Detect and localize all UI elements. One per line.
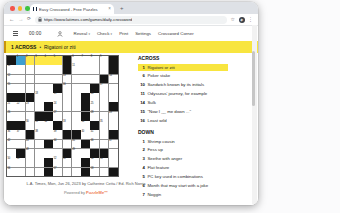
clue-number: 4 [138, 165, 145, 171]
grid-cell[interactable] [72, 112, 81, 121]
cell-number: 32 [44, 121, 47, 124]
clue-text: Odysseus' journey, for example [148, 91, 227, 97]
grid-cell[interactable]: 20 [90, 93, 99, 102]
cell-number: 28 [91, 112, 94, 115]
grid-cell[interactable] [35, 168, 44, 177]
across-header: ACROSS [138, 55, 228, 61]
back-icon[interactable]: ← [9, 17, 15, 23]
down-clue-list: 1Shrimp cousin2Fess up3Seethe with anger… [138, 138, 228, 198]
grid-cell[interactable] [109, 84, 118, 93]
clue-text: Flat feature [148, 165, 227, 171]
grid-black-cell [53, 121, 62, 130]
minimize-window-button[interactable] [18, 6, 23, 11]
grid-cell[interactable] [90, 75, 99, 84]
grid-black-cell [16, 121, 25, 130]
grid-black-cell [44, 102, 53, 111]
grid-cell[interactable]: 32 [44, 121, 53, 130]
grid-cell[interactable]: 28 [90, 112, 99, 121]
cell-number: 13 [63, 75, 66, 78]
grid-cell[interactable] [16, 140, 25, 149]
grid-cell[interactable] [35, 75, 44, 84]
tab-strip: Easy Crossword - Free Puzzles × + [4, 2, 258, 14]
grid-cell[interactable]: 11 [72, 65, 81, 74]
grid-cell[interactable] [35, 140, 44, 149]
grid-cell[interactable]: 52 [53, 158, 62, 167]
grid-cell[interactable] [109, 93, 118, 102]
cell-number: 36 [7, 131, 10, 134]
window-controls [10, 6, 30, 11]
chevron-down-icon: ▾ [88, 32, 90, 36]
cell-number: 23 [26, 103, 29, 106]
grid-cell[interactable] [35, 102, 44, 111]
grid-black-cell [81, 168, 90, 177]
grid-black-cell [44, 140, 53, 149]
address-bar-row: ← → ⟳ https://www.latimes.com/games/dail… [4, 14, 258, 26]
down-header: DOWN [138, 129, 228, 135]
cell-number: 6 [72, 56, 73, 59]
settings-button[interactable]: Settings [135, 31, 151, 36]
grid-cell[interactable]: 21 [7, 102, 16, 111]
grid-cell[interactable]: 5 [53, 56, 62, 65]
grid-cell[interactable] [72, 93, 81, 102]
puzzle-area: 1234567891011121314151617181920212223242… [4, 53, 258, 205]
crossword-corner-link[interactable]: Crossword Corner [158, 31, 194, 36]
cell-number: 16 [63, 84, 66, 87]
grid-cell[interactable] [35, 149, 44, 158]
grid-cell[interactable] [81, 65, 90, 74]
cell-number: 57 [54, 168, 57, 171]
close-window-button[interactable] [10, 6, 15, 11]
grid-cell[interactable] [63, 102, 72, 111]
cell-number: 53 [63, 158, 66, 161]
clue-number: 15 [138, 109, 145, 115]
grid-cell[interactable]: 25 [90, 102, 99, 111]
grid-cell[interactable]: 29 [109, 112, 118, 121]
grid-cell[interactable] [100, 65, 109, 74]
grid-cell[interactable] [63, 93, 72, 102]
grid-cell[interactable] [16, 168, 25, 177]
grid-black-cell [109, 56, 118, 65]
grid-cell[interactable]: 24 [53, 102, 62, 111]
cell-number: 47 [109, 140, 112, 143]
cell-number: 25 [91, 103, 94, 106]
grid-cell[interactable]: 8 [90, 56, 99, 65]
bookmark-star-icon[interactable]: ☆ [231, 17, 235, 22]
clue-text: Least wild [148, 118, 227, 124]
zoom-window-button[interactable] [25, 6, 30, 11]
clue-text: "Now I __ me down ..." [148, 109, 227, 115]
clue-number: 10 [138, 82, 145, 88]
grid-black-cell [63, 56, 72, 65]
grid-cell[interactable]: 17 [100, 84, 109, 93]
clue-item[interactable]: 5PC key used in combinations [138, 173, 228, 180]
grid-cell[interactable]: 33 [63, 121, 72, 130]
clue-text: Seethe with anger [148, 156, 227, 162]
grid-cell[interactable] [26, 84, 35, 93]
grid-black-cell [63, 65, 72, 74]
chevron-down-icon: ▾ [111, 32, 113, 36]
site-favicon-icon [33, 7, 37, 11]
grid-cell[interactable]: 57 [53, 168, 62, 177]
grid-black-cell [26, 93, 35, 102]
url-text: https://www.latimes.com/games/daily-cros… [44, 17, 133, 22]
active-clue-text: Rigatoni or ziti [44, 44, 76, 50]
grid-cell[interactable] [26, 65, 35, 74]
clue-item[interactable]: 15"Now I __ me down ..." [138, 108, 228, 115]
browser-window: Easy Crossword - Free Puzzles × + ← → ⟳ … [4, 2, 258, 205]
close-tab-icon[interactable]: × [108, 7, 111, 12]
grid-cell[interactable]: 54 [90, 158, 99, 167]
grid-cell[interactable] [90, 65, 99, 74]
clue-number: 5 [138, 174, 145, 180]
grid-cell[interactable] [16, 112, 25, 121]
grid-cell[interactable]: 51 [16, 158, 25, 167]
clue-text: Sulk [148, 100, 227, 106]
grid-black-cell [7, 93, 16, 102]
grid-cell[interactable] [26, 168, 35, 177]
grid-cell[interactable] [63, 168, 72, 177]
grid-cell[interactable] [81, 75, 90, 84]
grid-cell[interactable]: 19 [53, 93, 62, 102]
grid-cell[interactable] [72, 158, 81, 167]
grid-cell[interactable]: 15 [7, 84, 16, 93]
cell-number: 42 [7, 140, 10, 143]
grid-cell[interactable] [72, 84, 81, 93]
grid-cell[interactable]: 53 [63, 158, 72, 167]
grid-black-cell [44, 158, 53, 167]
grid-cell[interactable]: 50 [7, 158, 16, 167]
crossword-grid[interactable]: 1234567891011121314151617181920212223242… [6, 55, 119, 177]
grid-cell[interactable] [100, 93, 109, 102]
forward-icon[interactable]: → [18, 17, 24, 23]
cell-number: 52 [54, 158, 57, 161]
clue-number: 1 [138, 139, 145, 145]
grid-black-cell [26, 130, 35, 139]
profile-avatar[interactable]: ◈ [239, 17, 245, 23]
cell-number: 33 [63, 121, 66, 124]
grid-cell[interactable]: 56 [7, 168, 16, 177]
grid-black-cell [90, 121, 99, 130]
clue-text: Sandwich known by its initials [148, 82, 227, 88]
cell-number: 19 [54, 93, 57, 96]
cell-number: 30 [26, 121, 29, 124]
cell-number: 27 [54, 112, 57, 115]
grid-cell[interactable]: 4 [44, 56, 53, 65]
address-bar[interactable]: https://www.latimes.com/games/daily-cros… [35, 16, 227, 24]
grid-cell[interactable] [72, 75, 81, 84]
cell-number: 44 [54, 140, 57, 143]
active-clue-number: 1 ACROSS [11, 44, 36, 50]
cell-number: 17 [100, 84, 103, 87]
reveal-button[interactable]: Reveal ▾ [74, 31, 90, 36]
clue-item[interactable]: 7Noggin [138, 191, 228, 198]
clue-number: 2 [138, 147, 145, 153]
clue-item[interactable]: 6Poker stake [138, 73, 228, 80]
grid-black-cell [109, 65, 118, 74]
grid-cell[interactable] [100, 140, 109, 149]
clue-number: 3 [138, 156, 145, 162]
cell-number: 12 [7, 75, 10, 78]
cell-number: 22 [17, 103, 20, 106]
grid-cell[interactable] [26, 75, 35, 84]
grid-cell[interactable] [53, 75, 62, 84]
grid-cell[interactable]: 38 [35, 130, 44, 139]
grid-cell[interactable] [100, 168, 109, 177]
grid-cell[interactable]: 40 [81, 130, 90, 139]
cell-number: 26 [7, 112, 10, 115]
grid-cell[interactable] [72, 168, 81, 177]
clue-item[interactable]: 2Fess up [138, 147, 228, 154]
person-icon[interactable] [57, 31, 63, 37]
clue-item[interactable]: 6Month that may start with a joke [138, 182, 228, 189]
grid-cell[interactable]: 14 [109, 75, 118, 84]
grid-cell[interactable] [35, 65, 44, 74]
grid-black-cell [72, 130, 81, 139]
grid-black-cell [16, 93, 25, 102]
grid-cell[interactable]: 44 [53, 140, 62, 149]
puzzleme-link[interactable]: PuzzleMe™ [86, 190, 108, 195]
grid-cell[interactable]: 22 [16, 102, 25, 111]
cell-number: 58 [91, 168, 94, 171]
cell-number: 41 [91, 131, 94, 134]
clue-number: 16 [138, 118, 145, 124]
grid-black-cell [81, 93, 90, 102]
cell-number: 18 [35, 93, 38, 96]
grid-cell[interactable]: 55 [100, 158, 109, 167]
cell-number: 54 [91, 158, 94, 161]
timer-display: 00:00 [29, 31, 42, 36]
grid-cell[interactable]: 46 [90, 140, 99, 149]
menu-icon[interactable] [13, 31, 18, 35]
scrollbar-thumb[interactable] [252, 51, 256, 106]
clue-text: Noggin [148, 192, 227, 198]
grid-black-cell [63, 130, 72, 139]
clue-number: 11 [138, 91, 145, 97]
grid-cell[interactable]: 3 [35, 56, 44, 65]
cell-number: 24 [54, 103, 57, 106]
cell-number: 8 [91, 56, 92, 59]
cell-number: 4 [44, 56, 45, 59]
cell-number: 5 [54, 56, 55, 59]
grid-cell[interactable]: 34 [81, 121, 90, 130]
grid-cell[interactable]: 58 [90, 168, 99, 177]
grid-cell[interactable] [109, 149, 118, 158]
clue-number: 1 [138, 65, 145, 71]
grid-cell[interactable]: 35 [100, 121, 109, 130]
grid-black-cell [109, 130, 118, 139]
clue-item[interactable]: 1Shrimp cousin [138, 138, 228, 145]
clue-item[interactable]: 11Odysseus' journey, for example [138, 91, 228, 98]
grid-cell[interactable]: 48 [26, 149, 35, 158]
clue-number: 7 [138, 192, 145, 198]
grid-cell[interactable]: 42 [7, 140, 16, 149]
grid-black-cell [81, 158, 90, 167]
grid-cell[interactable]: 30 [26, 121, 35, 130]
cell-number: 50 [7, 158, 10, 161]
cell-number: 20 [91, 93, 94, 96]
grid-cell[interactable] [44, 65, 53, 74]
cell-number: 51 [17, 158, 20, 161]
grid-cell[interactable]: 49 [72, 149, 81, 158]
active-clue-bar: 1 ACROSS • Rigatoni or ziti [4, 41, 258, 53]
grid-cell[interactable] [63, 140, 72, 149]
grid-cell[interactable] [81, 149, 90, 158]
cell-number: 31 [35, 121, 38, 124]
grid-cell[interactable] [44, 75, 53, 84]
reload-icon[interactable]: ⟳ [27, 17, 31, 22]
cell-number: 34 [81, 121, 84, 124]
cell-number: 56 [7, 168, 10, 171]
across-clue-list: 1Rigatoni or ziti6Poker stake10Sandwich … [138, 64, 228, 124]
cell-number: 45 [72, 140, 75, 143]
grid-black-cell [109, 102, 118, 111]
grid-cell[interactable] [81, 84, 90, 93]
clue-number: 14 [138, 100, 145, 106]
new-tab-button[interactable]: + [120, 5, 124, 11]
cell-number: 14 [109, 75, 112, 78]
grid-cell[interactable] [109, 121, 118, 130]
clue-item[interactable]: 16Least wild [138, 117, 228, 124]
grid-cell[interactable]: 37 [16, 130, 25, 139]
clue-item[interactable]: 1Rigatoni or ziti [138, 64, 228, 71]
grid-black-cell [81, 102, 90, 111]
grid-cell[interactable]: 7 [81, 56, 90, 65]
cell-number: 11 [72, 65, 75, 68]
grid-cell[interactable] [44, 93, 53, 102]
puzzle-toolbar: 00:00 Reveal ▾ Check ▾ Print Settings Cr… [4, 26, 258, 41]
grid-black-cell [81, 140, 90, 149]
grid-cell[interactable]: 18 [35, 93, 44, 102]
clue-item[interactable]: 4Flat feature [138, 165, 228, 172]
grid-cell[interactable] [16, 65, 25, 74]
cell-number: 39 [54, 131, 57, 134]
grid-cell[interactable]: 23 [26, 102, 35, 111]
clue-item[interactable]: 10Sandwich known by its initials [138, 82, 228, 89]
cell-number: 40 [81, 131, 84, 134]
grid-cell[interactable] [72, 102, 81, 111]
clue-separator: • [39, 45, 41, 50]
grid-cell[interactable]: 2 [26, 56, 35, 65]
browser-tab[interactable]: Easy Crossword - Free Puzzles × [30, 4, 114, 14]
grid-cell[interactable] [100, 130, 109, 139]
clue-text: Rigatoni or ziti [148, 65, 227, 71]
browser-menu-icon[interactable]: ⋮ [248, 17, 253, 22]
grid-cell[interactable] [109, 158, 118, 167]
grid-cell[interactable]: 26 [7, 112, 16, 121]
cell-number: 29 [109, 112, 112, 115]
cell-number: 15 [7, 84, 10, 87]
tab-title: Easy Crossword - Free Puzzles [39, 7, 106, 12]
grid-black-cell [44, 168, 53, 177]
clue-text: PC key used in combinations [148, 174, 227, 180]
cell-number: 35 [100, 121, 103, 124]
grid-cell[interactable]: 39 [53, 130, 62, 139]
grid-cell[interactable] [53, 65, 62, 74]
cell-number: 43 [26, 140, 29, 143]
grid-cell[interactable]: 31 [35, 121, 44, 130]
grid-cell[interactable] [16, 75, 25, 84]
print-button[interactable]: Print [119, 31, 128, 36]
grid-cell[interactable] [72, 121, 81, 130]
grid-cell[interactable]: 10 [7, 65, 16, 74]
clue-item[interactable]: 3Seethe with anger [138, 156, 228, 163]
clue-text: Poker stake [148, 73, 227, 79]
cell-number: 3 [35, 56, 36, 59]
grid-cell[interactable] [35, 158, 44, 167]
cell-number: 38 [35, 131, 38, 134]
clue-text: Shrimp cousin [148, 139, 227, 145]
page-scrollbar[interactable] [252, 25, 257, 204]
cell-number: 21 [7, 103, 10, 106]
grid-cell[interactable]: 27 [53, 112, 62, 121]
grid-cell[interactable]: 9 [100, 56, 109, 65]
grid-cell[interactable]: 1 [16, 56, 25, 65]
clue-number: 6 [138, 183, 145, 189]
clue-panel: ACROSS 1Rigatoni or ziti6Poker stake10Sa… [138, 55, 228, 200]
check-button[interactable]: Check ▾ [97, 31, 112, 36]
clue-item[interactable]: 14Sulk [138, 100, 228, 107]
grid-cell[interactable] [26, 158, 35, 167]
cell-number: 9 [100, 56, 101, 59]
grid-cell[interactable] [44, 130, 53, 139]
clue-text: Fess up [148, 147, 227, 153]
grid-cell[interactable]: 36 [7, 130, 16, 139]
clue-number: 6 [138, 73, 145, 79]
cell-number: 2 [26, 56, 27, 59]
grid-cell[interactable]: 47 [109, 140, 118, 149]
cell-number: 37 [17, 131, 20, 134]
padlock-icon [38, 17, 42, 22]
grid-cell[interactable] [44, 149, 53, 158]
grid-cell[interactable]: 16 [63, 84, 72, 93]
cell-number: 7 [81, 56, 82, 59]
cell-number: 48 [26, 149, 29, 152]
cell-number: 1 [17, 56, 18, 59]
grid-cell[interactable] [44, 84, 53, 93]
cell-number: 10 [7, 65, 10, 68]
grid-cell[interactable] [100, 102, 109, 111]
cell-number: 46 [91, 140, 94, 143]
cell-number: 55 [100, 158, 103, 161]
grid-black-cell [7, 121, 16, 130]
clue-text: Month that may start with a joke [148, 183, 227, 189]
grid-cell[interactable]: 41 [90, 130, 99, 139]
grid-cell[interactable] [16, 84, 25, 93]
grid-black-cell [109, 168, 118, 177]
cell-number: 49 [72, 149, 75, 152]
